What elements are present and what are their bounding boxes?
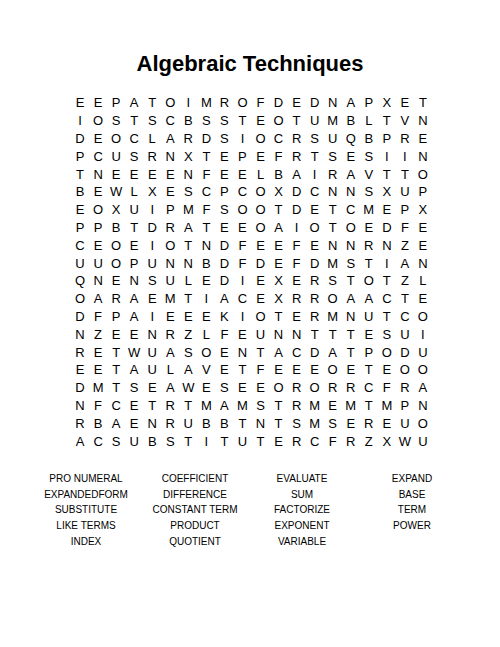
grid-cell-r16c7: A <box>179 361 197 379</box>
grid-cell-r5c16: A <box>342 165 360 183</box>
grid-cell-r17c2: M <box>89 379 107 397</box>
grid-cell-r19c3: A <box>107 414 125 432</box>
grid-cell-r9c17: R <box>360 236 378 254</box>
grid-cell-r4c13: R <box>288 147 306 165</box>
grid-cell-r16c3: T <box>107 361 125 379</box>
grid-cell-r4c4: S <box>125 147 143 165</box>
grid-cell-r16c13: E <box>288 361 306 379</box>
grid-cell-r5c1: T <box>71 165 89 183</box>
word-list-item: INDEX <box>44 534 128 550</box>
grid-cell-r8c5: D <box>143 219 161 237</box>
grid-cell-r9c19: Z <box>396 236 414 254</box>
word-list-column-3: EVALUATESUMFACTORIZEEXPONENTVARIABLE <box>274 471 330 549</box>
grid-cell-r4c18: I <box>378 147 396 165</box>
grid-cell-r19c5: N <box>143 414 161 432</box>
grid-cell-r13c13: E <box>288 308 306 326</box>
grid-cell-r7c16: C <box>342 201 360 219</box>
grid-cell-r18c2: F <box>89 397 107 415</box>
grid-cell-r2c7: B <box>179 112 197 130</box>
grid-cell-r9c15: N <box>324 236 342 254</box>
grid-cell-r17c13: R <box>288 379 306 397</box>
grid-cell-r12c17: A <box>360 290 378 308</box>
grid-cell-r12c11: E <box>251 290 269 308</box>
grid-cell-r19c6: R <box>161 414 179 432</box>
grid-cell-r15c8: O <box>197 343 215 361</box>
word-list-item: QUOTIENT <box>152 534 237 550</box>
grid-cell-r19c2: B <box>89 414 107 432</box>
grid-cell-r3c17: B <box>360 130 378 148</box>
grid-cell-r8c17: E <box>360 219 378 237</box>
grid-cell-r20c6: S <box>161 432 179 450</box>
word-list-item: TERM <box>392 502 432 518</box>
grid-cell-r18c6: R <box>161 397 179 415</box>
grid-cell-r10c1: U <box>71 254 89 272</box>
grid-cell-r8c14: O <box>306 219 324 237</box>
grid-cell-r9c13: F <box>288 236 306 254</box>
grid-cell-r14c19: U <box>396 325 414 343</box>
grid-cell-r2c13: T <box>288 112 306 130</box>
grid-cell-r19c10: T <box>233 414 251 432</box>
word-list-item: EXPAND <box>392 471 432 487</box>
grid-cell-r15c11: T <box>251 343 269 361</box>
grid-cell-r3c14: S <box>306 130 324 148</box>
grid-cell-r11c20: L <box>414 272 432 290</box>
grid-cell-r6c7: S <box>179 183 197 201</box>
grid-cell-r14c18: S <box>378 325 396 343</box>
grid-cell-r4c14: T <box>306 147 324 165</box>
grid-cell-r17c8: E <box>197 379 215 397</box>
grid-cell-r3c11: O <box>251 130 269 148</box>
grid-cell-r13c8: E <box>197 308 215 326</box>
grid-cell-r5c18: T <box>378 165 396 183</box>
grid-cell-r18c20: N <box>414 397 432 415</box>
grid-cell-r17c20: A <box>414 379 432 397</box>
grid-cell-r6c1: B <box>71 183 89 201</box>
grid-cell-r7c6: P <box>161 201 179 219</box>
grid-cell-r3c1: D <box>71 130 89 148</box>
grid-cell-r19c19: U <box>396 414 414 432</box>
grid-cell-r8c2: P <box>89 219 107 237</box>
grid-cell-r18c13: R <box>288 397 306 415</box>
grid-cell-r2c4: T <box>125 112 143 130</box>
grid-cell-r1c20: T <box>414 94 432 112</box>
grid-cell-r4c17: S <box>360 147 378 165</box>
grid-cell-r12c1: O <box>71 290 89 308</box>
grid-cell-r20c12: E <box>270 432 288 450</box>
grid-cell-r5c9: E <box>215 165 233 183</box>
grid-cell-r16c6: L <box>161 361 179 379</box>
grid-cell-r19c9: B <box>215 414 233 432</box>
grid-cell-r18c4: E <box>125 397 143 415</box>
grid-cell-r7c12: T <box>270 201 288 219</box>
word-list-item: VARIABLE <box>274 534 330 550</box>
grid-cell-r10c4: P <box>125 254 143 272</box>
grid-cell-r4c6: N <box>161 147 179 165</box>
grid-cell-r15c1: R <box>71 343 89 361</box>
grid-cell-r8c20: E <box>414 219 432 237</box>
grid-cell-r4c19: I <box>396 147 414 165</box>
grid-cell-r17c15: R <box>324 379 342 397</box>
grid-cell-r10c13: F <box>288 254 306 272</box>
grid-cell-r11c8: E <box>197 272 215 290</box>
grid-cell-r12c12: X <box>270 290 288 308</box>
word-list-item: LIKE TERMS <box>44 518 128 534</box>
grid-cell-r1c8: M <box>197 94 215 112</box>
word-list-column-2: COEFFICIENTDIFFERENCECONSTANT TERMPRODUC… <box>152 471 237 549</box>
grid-cell-r15c10: N <box>233 343 251 361</box>
grid-cell-r6c15: N <box>324 183 342 201</box>
grid-cell-r13c7: E <box>179 308 197 326</box>
grid-cell-r4c5: R <box>143 147 161 165</box>
grid-cell-r7c15: T <box>324 201 342 219</box>
grid-cell-r17c11: E <box>251 379 269 397</box>
grid-cell-r1c2: E <box>89 94 107 112</box>
grid-cell-r17c17: C <box>360 379 378 397</box>
grid-cell-r16c11: F <box>251 361 269 379</box>
grid-cell-r5c7: N <box>179 165 197 183</box>
grid-cell-r3c20: E <box>414 130 432 148</box>
grid-cell-r12c19: T <box>396 290 414 308</box>
grid-cell-r20c18: X <box>378 432 396 450</box>
grid-cell-r4c11: E <box>251 147 269 165</box>
grid-cell-r16c4: A <box>125 361 143 379</box>
grid-cell-r1c16: A <box>342 94 360 112</box>
grid-cell-r11c3: E <box>107 272 125 290</box>
grid-cell-r4c7: X <box>179 147 197 165</box>
grid-cell-r20c17: Z <box>360 432 378 450</box>
grid-cell-r9c10: F <box>233 236 251 254</box>
grid-cell-r16c15: O <box>324 361 342 379</box>
grid-cell-r14c16: T <box>342 325 360 343</box>
grid-cell-r10c9: D <box>215 254 233 272</box>
grid-cell-r14c9: F <box>215 325 233 343</box>
grid-cell-r2c20: N <box>414 112 432 130</box>
grid-cell-r10c17: T <box>360 254 378 272</box>
grid-cell-r4c8: T <box>197 147 215 165</box>
grid-cell-r14c5: N <box>143 325 161 343</box>
grid-cell-r11c16: T <box>342 272 360 290</box>
grid-cell-r20c15: F <box>324 432 342 450</box>
grid-cell-r7c17: M <box>360 201 378 219</box>
grid-cell-r2c14: U <box>306 112 324 130</box>
grid-cell-r19c14: M <box>306 414 324 432</box>
word-list-item: FACTORIZE <box>274 502 330 518</box>
grid-cell-r2c19: V <box>396 112 414 130</box>
grid-cell-r13c20: O <box>414 308 432 326</box>
grid-cell-r2c11: E <box>251 112 269 130</box>
grid-cell-r5c14: I <box>306 165 324 183</box>
grid-cell-r6c2: E <box>89 183 107 201</box>
grid-cell-r9c11: E <box>251 236 269 254</box>
grid-cell-r8c3: B <box>107 219 125 237</box>
grid-cell-r13c2: F <box>89 308 107 326</box>
grid-cell-r10c14: D <box>306 254 324 272</box>
grid-cell-r16c8: V <box>197 361 215 379</box>
grid-cell-r16c2: E <box>89 361 107 379</box>
grid-cell-r2c12: O <box>270 112 288 130</box>
grid-cell-r20c20: U <box>414 432 432 450</box>
grid-cell-r9c16: N <box>342 236 360 254</box>
grid-cell-r9c20: E <box>414 236 432 254</box>
grid-cell-r6c11: O <box>251 183 269 201</box>
grid-cell-r13c14: R <box>306 308 324 326</box>
grid-cell-r13c6: E <box>161 308 179 326</box>
grid-cell-r14c1: N <box>71 325 89 343</box>
grid-cell-r17c18: F <box>378 379 396 397</box>
grid-cell-r12c4: A <box>125 290 143 308</box>
grid-cell-r15c4: W <box>125 343 143 361</box>
grid-cell-r19c1: R <box>71 414 89 432</box>
grid-cell-r6c19: U <box>396 183 414 201</box>
word-list-item: SUBSTITUTE <box>44 502 128 518</box>
grid-cell-r10c5: U <box>143 254 161 272</box>
grid-cell-r15c14: D <box>306 343 324 361</box>
grid-cell-r19c18: E <box>378 414 396 432</box>
grid-cell-r18c1: N <box>71 397 89 415</box>
grid-cell-r14c14: T <box>306 325 324 343</box>
grid-cell-r8c10: E <box>233 219 251 237</box>
grid-cell-r9c3: O <box>107 236 125 254</box>
grid-cell-r5c3: E <box>107 165 125 183</box>
grid-cell-r14c10: E <box>233 325 251 343</box>
grid-cell-r20c9: T <box>215 432 233 450</box>
grid-cell-r19c8: B <box>197 414 215 432</box>
grid-cell-r9c2: E <box>89 236 107 254</box>
grid-cell-r13c11: O <box>251 308 269 326</box>
grid-cell-r19c11: N <box>251 414 269 432</box>
grid-cell-r9c7: T <box>179 236 197 254</box>
grid-cell-r19c7: U <box>179 414 197 432</box>
grid-cell-r13c16: N <box>342 308 360 326</box>
grid-cell-r18c19: P <box>396 397 414 415</box>
grid-cell-r18c7: T <box>179 397 197 415</box>
grid-cell-r7c19: P <box>396 201 414 219</box>
grid-cell-r16c10: T <box>233 361 251 379</box>
grid-cell-r4c3: U <box>107 147 125 165</box>
grid-cell-r17c5: E <box>143 379 161 397</box>
grid-cell-r10c18: I <box>378 254 396 272</box>
grid-cell-r5c20: O <box>414 165 432 183</box>
grid-cell-r2c6: C <box>161 112 179 130</box>
grid-cell-r1c15: N <box>324 94 342 112</box>
word-list-column-1: PRO NUMERALEXPANDEDFORMSUBSTITUTELIKE TE… <box>44 471 128 549</box>
grid-cell-r13c1: D <box>71 308 89 326</box>
grid-cell-r18c16: M <box>342 397 360 415</box>
grid-cell-r5c15: R <box>324 165 342 183</box>
grid-cell-r19c17: R <box>360 414 378 432</box>
grid-cell-r11c11: E <box>251 272 269 290</box>
grid-cell-r5c19: T <box>396 165 414 183</box>
grid-cell-r2c8: S <box>197 112 215 130</box>
word-list-item: POWER <box>392 518 432 534</box>
grid-cell-r9c9: D <box>215 236 233 254</box>
grid-cell-r14c12: N <box>270 325 288 343</box>
grid-cell-r3c2: E <box>89 130 107 148</box>
word-list-item: PRO NUMERAL <box>44 471 128 487</box>
grid-cell-r7c13: D <box>288 201 306 219</box>
grid-cell-r5c4: E <box>125 165 143 183</box>
grid-cell-r20c8: I <box>197 432 215 450</box>
grid-cell-r12c14: R <box>306 290 324 308</box>
grid-cell-r5c8: F <box>197 165 215 183</box>
grid-cell-r4c12: F <box>270 147 288 165</box>
grid-cell-r15c18: O <box>378 343 396 361</box>
grid-cell-r8c15: T <box>324 219 342 237</box>
grid-cell-r11c14: R <box>306 272 324 290</box>
grid-cell-r14c13: N <box>288 325 306 343</box>
grid-cell-r5c6: E <box>161 165 179 183</box>
grid-cell-r17c19: R <box>396 379 414 397</box>
grid-cell-r20c13: R <box>288 432 306 450</box>
grid-cell-r14c15: T <box>324 325 342 343</box>
grid-cell-r14c11: U <box>251 325 269 343</box>
grid-cell-r13c9: K <box>215 308 233 326</box>
grid-cell-r6c3: W <box>107 183 125 201</box>
grid-cell-r15c5: U <box>143 343 161 361</box>
grid-cell-r4c20: N <box>414 147 432 165</box>
grid-cell-r2c17: L <box>360 112 378 130</box>
grid-cell-r8c6: R <box>161 219 179 237</box>
grid-cell-r7c11: O <box>251 201 269 219</box>
grid-cell-r12c6: M <box>161 290 179 308</box>
grid-cell-r18c18: M <box>378 397 396 415</box>
grid-cell-r1c3: P <box>107 94 125 112</box>
grid-cell-r3c12: C <box>270 130 288 148</box>
grid-cell-r4c16: E <box>342 147 360 165</box>
grid-cell-r8c16: O <box>342 219 360 237</box>
grid-cell-r5c5: E <box>143 165 161 183</box>
grid-cell-r20c14: C <box>306 432 324 450</box>
grid-cell-r15c19: D <box>396 343 414 361</box>
grid-cell-r15c9: E <box>215 343 233 361</box>
grid-cell-r10c8: B <box>197 254 215 272</box>
grid-cell-r15c15: A <box>324 343 342 361</box>
grid-cell-r11c4: N <box>125 272 143 290</box>
grid-cell-r7c1: E <box>71 201 89 219</box>
grid-cell-r14c7: Z <box>179 325 197 343</box>
grid-cell-r10c15: M <box>324 254 342 272</box>
grid-cell-r8c7: A <box>179 219 197 237</box>
grid-cell-r12c3: R <box>107 290 125 308</box>
grid-cell-r8c1: P <box>71 219 89 237</box>
word-list-item: EVALUATE <box>274 471 330 487</box>
grid-cell-r18c11: S <box>251 397 269 415</box>
grid-cell-r18c10: M <box>233 397 251 415</box>
grid-cell-r16c5: U <box>143 361 161 379</box>
grid-cell-r20c16: R <box>342 432 360 450</box>
grid-cell-r16c18: E <box>378 361 396 379</box>
word-list-item: EXPONENT <box>274 518 330 534</box>
grid-cell-r17c14: O <box>306 379 324 397</box>
grid-cell-r11c13: E <box>288 272 306 290</box>
grid-cell-r1c19: E <box>396 94 414 112</box>
grid-cell-r13c18: T <box>378 308 396 326</box>
grid-cell-r6c6: E <box>161 183 179 201</box>
grid-cell-r15c16: T <box>342 343 360 361</box>
grid-cell-r3c5: L <box>143 130 161 148</box>
grid-cell-r6c17: S <box>360 183 378 201</box>
grid-cell-r8c4: T <box>125 219 143 237</box>
grid-cell-r14c2: Z <box>89 325 107 343</box>
grid-cell-r9c8: N <box>197 236 215 254</box>
grid-cell-r18c8: M <box>197 397 215 415</box>
grid-cell-r5c12: B <box>270 165 288 183</box>
grid-cell-r6c13: D <box>288 183 306 201</box>
grid-cell-r18c14: M <box>306 397 324 415</box>
grid-cell-r11c1: Q <box>71 272 89 290</box>
grid-cell-r12c18: C <box>378 290 396 308</box>
grid-cell-r14c6: R <box>161 325 179 343</box>
grid-cell-r2c9: S <box>215 112 233 130</box>
grid-cell-r16c19: O <box>396 361 414 379</box>
grid-cell-r15c2: E <box>89 343 107 361</box>
grid-cell-r19c4: E <box>125 414 143 432</box>
worksheet-page: Algebraic Techniques EEPATOIMROFDEDNAPXE… <box>0 0 500 647</box>
grid-cell-r7c4: U <box>125 201 143 219</box>
grid-cell-r15c20: U <box>414 343 432 361</box>
grid-cell-r20c7: T <box>179 432 197 450</box>
grid-cell-r9c14: E <box>306 236 324 254</box>
grid-cell-r16c20: O <box>414 361 432 379</box>
grid-cell-r14c3: E <box>107 325 125 343</box>
grid-cell-r18c9: A <box>215 397 233 415</box>
grid-cell-r19c16: E <box>342 414 360 432</box>
grid-cell-r13c15: M <box>324 308 342 326</box>
grid-cell-r16c16: E <box>342 361 360 379</box>
grid-cell-r1c17: P <box>360 94 378 112</box>
grid-cell-r6c9: P <box>215 183 233 201</box>
grid-cell-r1c18: X <box>378 94 396 112</box>
grid-cell-r3c4: C <box>125 130 143 148</box>
grid-cell-r11c12: X <box>270 272 288 290</box>
grid-cell-r20c4: U <box>125 432 143 450</box>
grid-cell-r3c15: U <box>324 130 342 148</box>
grid-cell-r10c7: N <box>179 254 197 272</box>
grid-cell-r1c6: O <box>161 94 179 112</box>
grid-cell-r6c16: N <box>342 183 360 201</box>
grid-cell-r6c10: C <box>233 183 251 201</box>
grid-cell-r1c5: T <box>143 94 161 112</box>
grid-cell-r3c6: A <box>161 130 179 148</box>
grid-cell-r15c3: T <box>107 343 125 361</box>
grid-cell-r1c4: A <box>125 94 143 112</box>
grid-cell-r1c7: I <box>179 94 197 112</box>
letter-grid: EEPATOIMROFDEDNAPXETIOSTSCBSSTEOTUMBLTVN… <box>71 94 432 450</box>
grid-cell-r11c2: N <box>89 272 107 290</box>
grid-cell-r3c9: S <box>215 130 233 148</box>
grid-cell-r1c13: E <box>288 94 306 112</box>
grid-cell-r1c10: O <box>233 94 251 112</box>
puzzle-title: Algebraic Techniques <box>0 51 500 77</box>
grid-cell-r11c17: O <box>360 272 378 290</box>
grid-cell-r11c9: D <box>215 272 233 290</box>
grid-cell-r2c1: I <box>71 112 89 130</box>
grid-cell-r10c10: F <box>233 254 251 272</box>
grid-cell-r3c19: R <box>396 130 414 148</box>
grid-cell-r11c19: Z <box>396 272 414 290</box>
grid-cell-r18c3: C <box>107 397 125 415</box>
grid-cell-r17c12: O <box>270 379 288 397</box>
grid-cell-r19c13: S <box>288 414 306 432</box>
grid-cell-r13c3: P <box>107 308 125 326</box>
grid-cell-r10c3: O <box>107 254 125 272</box>
grid-cell-r19c20: O <box>414 414 432 432</box>
grid-cell-r2c2: O <box>89 112 107 130</box>
grid-cell-r13c12: T <box>270 308 288 326</box>
grid-cell-r10c6: N <box>161 254 179 272</box>
grid-cell-r8c9: E <box>215 219 233 237</box>
grid-cell-r17c10: E <box>233 379 251 397</box>
